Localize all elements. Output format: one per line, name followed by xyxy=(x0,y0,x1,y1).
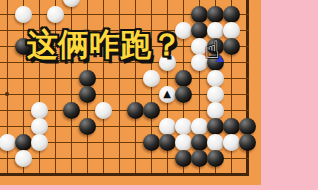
stone-white[interactable] xyxy=(175,118,192,135)
triangle-marker: ▲ xyxy=(161,89,173,99)
stone-white[interactable] xyxy=(63,0,80,7)
stone-white[interactable] xyxy=(207,86,224,103)
stone-black[interactable] xyxy=(239,118,256,135)
stone-white[interactable] xyxy=(0,134,16,151)
side-panel xyxy=(261,0,318,190)
stone-white[interactable] xyxy=(223,22,240,39)
stone-black[interactable] xyxy=(79,118,96,135)
stone-white[interactable] xyxy=(191,118,208,135)
stone-black[interactable] xyxy=(143,134,160,151)
stone-white[interactable] xyxy=(223,134,240,151)
stone-black[interactable] xyxy=(159,134,176,151)
stone-white[interactable] xyxy=(15,6,32,23)
stone-black[interactable] xyxy=(79,86,96,103)
stone-black[interactable] xyxy=(191,6,208,23)
video-frame: ▲ 这俩咋跑？ ☝ xyxy=(0,0,318,190)
stone-white[interactable] xyxy=(143,70,160,87)
stone-black[interactable] xyxy=(239,134,256,151)
board-edge-bottom xyxy=(0,173,249,176)
stone-black[interactable] xyxy=(143,102,160,119)
hoshi-point xyxy=(5,92,9,96)
stone-black[interactable] xyxy=(207,150,224,167)
stone-white[interactable] xyxy=(31,102,48,119)
stone-black[interactable] xyxy=(127,102,144,119)
stone-white[interactable] xyxy=(31,134,48,151)
caption-text: 这俩咋跑？ xyxy=(27,24,182,66)
stone-white[interactable] xyxy=(175,134,192,151)
stone-black[interactable] xyxy=(191,134,208,151)
stone-white[interactable] xyxy=(15,150,32,167)
stone-white[interactable] xyxy=(207,134,224,151)
stone-black[interactable] xyxy=(191,150,208,167)
stone-black[interactable] xyxy=(223,6,240,23)
stone-white[interactable] xyxy=(207,102,224,119)
stone-black[interactable] xyxy=(223,118,240,135)
stone-white[interactable] xyxy=(159,118,176,135)
stone-white[interactable] xyxy=(31,118,48,135)
stone-black[interactable] xyxy=(175,150,192,167)
stone-white[interactable] xyxy=(207,70,224,87)
stone-black[interactable] xyxy=(79,70,96,87)
stone-black[interactable] xyxy=(207,118,224,135)
stone-white[interactable] xyxy=(95,102,112,119)
stone-black[interactable] xyxy=(207,6,224,23)
pointing-hand-cursor-icon: ☝ xyxy=(205,38,220,62)
stone-black[interactable] xyxy=(175,70,192,87)
stone-black[interactable] xyxy=(223,38,240,55)
stone-black[interactable] xyxy=(15,134,32,151)
stone-black[interactable] xyxy=(175,86,192,103)
stone-black[interactable] xyxy=(63,102,80,119)
stone-white[interactable] xyxy=(47,6,64,23)
